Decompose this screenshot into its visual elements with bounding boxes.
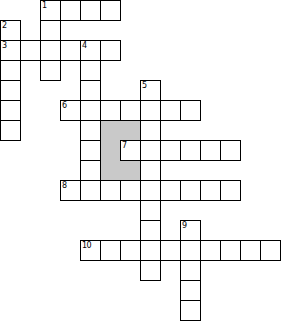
cell-r6c4[interactable] <box>80 120 101 141</box>
cell-r5c5[interactable] <box>100 100 121 121</box>
cell-r9c6[interactable] <box>120 180 141 201</box>
cell-r0c2[interactable]: 1 <box>40 0 61 21</box>
clue-number-3: 3 <box>2 41 7 50</box>
cell-r1c0[interactable]: 2 <box>0 20 21 41</box>
cell-r11c7[interactable] <box>140 220 161 241</box>
cell-r12c11[interactable] <box>220 240 241 261</box>
cell-r0c5[interactable] <box>100 0 121 21</box>
cell-r7c11[interactable] <box>220 140 241 161</box>
cell-r5c8[interactable] <box>160 100 181 121</box>
cell-r0c4[interactable] <box>80 0 101 21</box>
cell-r7c6[interactable]: 7 <box>120 140 141 161</box>
clue-number-9: 9 <box>182 221 187 230</box>
cell-r7c9[interactable] <box>180 140 201 161</box>
cell-r9c7[interactable] <box>140 180 161 201</box>
cell-r8c7[interactable] <box>140 160 161 181</box>
cell-r9c8[interactable] <box>160 180 181 201</box>
cell-r12c13[interactable] <box>260 240 281 261</box>
cell-r5c7[interactable] <box>140 100 161 121</box>
cell-r4c4[interactable] <box>80 80 101 101</box>
cell-r5c9[interactable] <box>180 100 201 121</box>
clue-number-10: 10 <box>82 241 91 250</box>
clue-number-1: 1 <box>42 1 47 10</box>
cell-r12c10[interactable] <box>200 240 221 261</box>
clue-number-5: 5 <box>142 81 147 90</box>
cell-r5c0[interactable] <box>0 100 21 121</box>
cell-r7c7[interactable] <box>140 140 161 161</box>
cell-r12c7[interactable] <box>140 240 161 261</box>
clue-number-7: 7 <box>122 141 127 150</box>
cell-r7c8[interactable] <box>160 140 181 161</box>
cell-r15c9[interactable] <box>180 300 201 321</box>
cell-r2c2[interactable] <box>40 40 61 61</box>
cell-r2c5[interactable] <box>100 40 121 61</box>
cell-r8c4[interactable] <box>80 160 101 181</box>
cell-r0c3[interactable] <box>60 0 81 21</box>
cell-r11c9[interactable]: 9 <box>180 220 201 241</box>
cell-r9c11[interactable] <box>220 180 241 201</box>
cell-r3c4[interactable] <box>80 60 101 81</box>
cell-r12c6[interactable] <box>120 240 141 261</box>
cell-r9c10[interactable] <box>200 180 221 201</box>
cell-r12c12[interactable] <box>240 240 261 261</box>
cell-r12c9[interactable] <box>180 240 201 261</box>
cell-r7c10[interactable] <box>200 140 221 161</box>
cell-r12c8[interactable] <box>160 240 181 261</box>
cell-r3c0[interactable] <box>0 60 21 81</box>
cell-r5c4[interactable] <box>80 100 101 121</box>
cell-r2c0[interactable]: 3 <box>0 40 21 61</box>
cell-r6c7[interactable] <box>140 120 161 141</box>
cell-r9c5[interactable] <box>100 180 121 201</box>
cell-r14c9[interactable] <box>180 280 201 301</box>
cell-r1c2[interactable] <box>40 20 61 41</box>
clue-number-8: 8 <box>62 181 67 190</box>
clue-number-6: 6 <box>62 101 67 110</box>
cell-r12c5[interactable] <box>100 240 121 261</box>
cell-r5c3[interactable]: 6 <box>60 100 81 121</box>
cell-r6c0[interactable] <box>0 120 21 141</box>
cell-r2c4[interactable]: 4 <box>80 40 101 61</box>
cell-r10c7[interactable] <box>140 200 161 221</box>
cell-r13c7[interactable] <box>140 260 161 281</box>
crossword-board: 12345678910 <box>0 0 281 321</box>
cell-r5c6[interactable] <box>120 100 141 121</box>
clue-number-4: 4 <box>82 41 87 50</box>
cell-r9c9[interactable] <box>180 180 201 201</box>
cell-r4c0[interactable] <box>0 80 21 101</box>
clue-number-2: 2 <box>2 21 7 30</box>
cell-r2c1[interactable] <box>20 40 41 61</box>
cell-r13c9[interactable] <box>180 260 201 281</box>
cell-r9c3[interactable]: 8 <box>60 180 81 201</box>
cell-r7c4[interactable] <box>80 140 101 161</box>
cell-r3c2[interactable] <box>40 60 61 81</box>
cell-r4c7[interactable]: 5 <box>140 80 161 101</box>
cell-r2c3[interactable] <box>60 40 81 61</box>
cell-r12c4[interactable]: 10 <box>80 240 101 261</box>
cell-r9c4[interactable] <box>80 180 101 201</box>
